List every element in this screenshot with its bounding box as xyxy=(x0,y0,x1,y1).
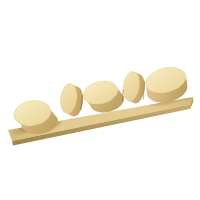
render-canvas xyxy=(0,0,200,200)
product-render xyxy=(0,0,200,200)
piece-3 xyxy=(81,78,124,113)
piece-4 xyxy=(121,70,145,103)
piece-2 xyxy=(59,83,83,117)
piece-5 xyxy=(143,63,189,102)
